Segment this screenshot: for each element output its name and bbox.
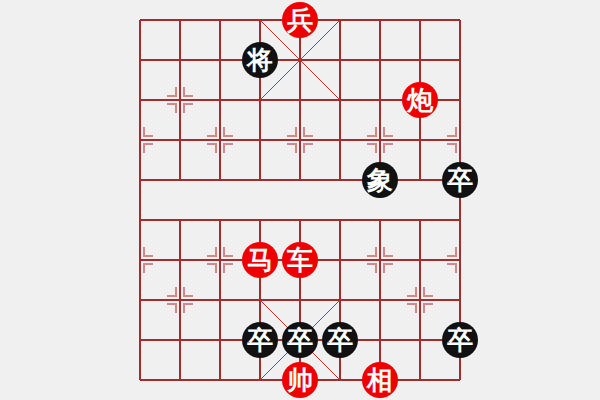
black-soldier-piece[interactable]: 卒 — [322, 322, 358, 358]
piece-grid: 兵将炮象卒马车卒卒卒卒帅相 — [120, 0, 480, 400]
black-soldier-piece[interactable]: 卒 — [282, 322, 318, 358]
black-soldier-piece[interactable]: 卒 — [242, 322, 278, 358]
red-soldier-piece[interactable]: 兵 — [282, 2, 318, 38]
xiangqi-screen: 兵将炮象卒马车卒卒卒卒帅相 — [0, 0, 600, 400]
xiangqi-board[interactable]: 兵将炮象卒马车卒卒卒卒帅相 — [0, 0, 600, 400]
red-cannon-piece[interactable]: 炮 — [402, 82, 438, 118]
black-soldier-piece[interactable]: 卒 — [442, 322, 478, 358]
black-elephant-piece[interactable]: 象 — [362, 162, 398, 198]
red-elephant-piece[interactable]: 相 — [362, 362, 398, 398]
black-soldier-piece[interactable]: 卒 — [442, 162, 478, 198]
red-general-piece[interactable]: 帅 — [282, 362, 318, 398]
black-general-piece[interactable]: 将 — [242, 42, 278, 78]
red-horse-piece[interactable]: 马 — [242, 242, 278, 278]
red-chariot-piece[interactable]: 车 — [282, 242, 318, 278]
